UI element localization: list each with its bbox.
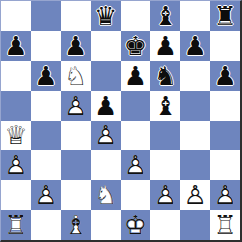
square-e8[interactable]: [121, 1, 151, 31]
piece-white-pawn[interactable]: ♟♙: [150, 180, 180, 210]
square-b1[interactable]: [31, 210, 61, 240]
piece-black-rook[interactable]: ♜: [210, 1, 240, 31]
piece-black-bishop[interactable]: ♝: [150, 91, 180, 121]
piece-black-king[interactable]: ♚: [121, 31, 151, 61]
piece-white-pawn[interactable]: ♟♙: [61, 91, 91, 121]
square-h5[interactable]: [210, 91, 240, 121]
piece-white-rook[interactable]: ♜♖: [210, 210, 240, 240]
piece-white-pawn[interactable]: ♟♙: [31, 180, 61, 210]
piece-black-bishop[interactable]: ♝: [150, 1, 180, 31]
piece-white-pawn[interactable]: ♟♙: [180, 180, 210, 210]
square-c4[interactable]: [61, 121, 91, 151]
piece-white-king[interactable]: ♚♔: [121, 210, 151, 240]
square-e2[interactable]: [121, 180, 151, 210]
square-b4[interactable]: [31, 121, 61, 151]
square-d8[interactable]: ♛: [91, 1, 121, 31]
square-g2[interactable]: ♟♙: [180, 180, 210, 210]
square-c1[interactable]: ♝♗: [61, 210, 91, 240]
piece-black-pawn[interactable]: ♟: [180, 31, 210, 61]
square-d5[interactable]: ♟: [91, 91, 121, 121]
square-h4[interactable]: [210, 121, 240, 151]
square-a1[interactable]: ♜♖: [1, 210, 31, 240]
square-f4[interactable]: [150, 121, 180, 151]
square-f3[interactable]: [150, 150, 180, 180]
piece-glyph-outline: ♙: [61, 91, 91, 121]
chess-board: ♛♝♜♟♟♚♟♟♟♞♘♟♞♟♟♙♟♝♛♕♟♙♟♙♟♙♟♙♞♘♟♙♟♙♟♙♜♖♝♗…: [0, 0, 242, 242]
square-c5[interactable]: ♟♙: [61, 91, 91, 121]
piece-white-bishop[interactable]: ♝♗: [61, 210, 91, 240]
piece-white-knight[interactable]: ♞♘: [61, 61, 91, 91]
square-g5[interactable]: [180, 91, 210, 121]
square-e5[interactable]: [121, 91, 151, 121]
square-b7[interactable]: [31, 31, 61, 61]
square-e4[interactable]: [121, 121, 151, 151]
square-d2[interactable]: ♞♘: [91, 180, 121, 210]
piece-black-pawn[interactable]: ♟: [1, 31, 31, 61]
square-h3[interactable]: [210, 150, 240, 180]
square-e7[interactable]: ♚: [121, 31, 151, 61]
square-a3[interactable]: ♟♙: [1, 150, 31, 180]
square-h7[interactable]: [210, 31, 240, 61]
square-h1[interactable]: ♜♖: [210, 210, 240, 240]
piece-black-pawn[interactable]: ♟: [31, 61, 61, 91]
square-a8[interactable]: [1, 1, 31, 31]
piece-glyph-outline: ♗: [61, 210, 91, 240]
square-e1[interactable]: ♚♔: [121, 210, 151, 240]
piece-white-pawn[interactable]: ♟♙: [1, 150, 31, 180]
piece-white-pawn[interactable]: ♟♙: [121, 150, 151, 180]
piece-white-queen[interactable]: ♛♕: [1, 121, 31, 151]
square-e6[interactable]: ♟: [121, 61, 151, 91]
piece-glyph-outline: ♙: [31, 180, 61, 210]
piece-glyph-outline: ♙: [1, 150, 31, 180]
piece-black-pawn[interactable]: ♟: [121, 61, 151, 91]
piece-black-knight[interactable]: ♞: [150, 61, 180, 91]
square-a2[interactable]: [1, 180, 31, 210]
square-a5[interactable]: [1, 91, 31, 121]
square-d6[interactable]: [91, 61, 121, 91]
square-b6[interactable]: ♟: [31, 61, 61, 91]
square-f6[interactable]: ♞: [150, 61, 180, 91]
piece-black-pawn[interactable]: ♟: [210, 61, 240, 91]
square-g4[interactable]: [180, 121, 210, 151]
piece-glyph-outline: ♘: [91, 180, 121, 210]
square-g7[interactable]: ♟: [180, 31, 210, 61]
piece-glyph-outline: ♕: [1, 121, 31, 151]
square-f5[interactable]: ♝: [150, 91, 180, 121]
square-f8[interactable]: ♝: [150, 1, 180, 31]
piece-white-pawn[interactable]: ♟♙: [91, 121, 121, 151]
square-c6[interactable]: ♞♘: [61, 61, 91, 91]
square-d1[interactable]: [91, 210, 121, 240]
square-f1[interactable]: [150, 210, 180, 240]
piece-glyph-outline: ♘: [61, 61, 91, 91]
piece-white-pawn[interactable]: ♟♙: [210, 180, 240, 210]
square-c3[interactable]: [61, 150, 91, 180]
square-a4[interactable]: ♛♕: [1, 121, 31, 151]
piece-black-pawn[interactable]: ♟: [91, 91, 121, 121]
square-h8[interactable]: ♜: [210, 1, 240, 31]
piece-white-rook[interactable]: ♜♖: [1, 210, 31, 240]
piece-white-knight[interactable]: ♞♘: [91, 180, 121, 210]
square-a7[interactable]: ♟: [1, 31, 31, 61]
square-h2[interactable]: ♟♙: [210, 180, 240, 210]
square-b5[interactable]: [31, 91, 61, 121]
square-c2[interactable]: [61, 180, 91, 210]
square-h6[interactable]: ♟: [210, 61, 240, 91]
square-g3[interactable]: [180, 150, 210, 180]
square-d3[interactable]: [91, 150, 121, 180]
piece-black-queen[interactable]: ♛: [91, 1, 121, 31]
square-d7[interactable]: [91, 31, 121, 61]
square-f7[interactable]: ♟: [150, 31, 180, 61]
square-c8[interactable]: [61, 1, 91, 31]
piece-black-pawn[interactable]: ♟: [61, 31, 91, 61]
piece-glyph-outline: ♙: [150, 180, 180, 210]
piece-glyph-outline: ♖: [1, 210, 31, 240]
square-d4[interactable]: ♟♙: [91, 121, 121, 151]
piece-glyph-outline: ♔: [121, 210, 151, 240]
square-b2[interactable]: ♟♙: [31, 180, 61, 210]
piece-glyph-outline: ♙: [210, 180, 240, 210]
square-a6[interactable]: [1, 61, 31, 91]
square-e3[interactable]: ♟♙: [121, 150, 151, 180]
square-c7[interactable]: ♟: [61, 31, 91, 61]
piece-glyph-outline: ♖: [210, 210, 240, 240]
square-b8[interactable]: [31, 1, 61, 31]
piece-glyph-outline: ♙: [91, 121, 121, 151]
piece-glyph-outline: ♙: [180, 180, 210, 210]
square-g1[interactable]: [180, 210, 210, 240]
square-g8[interactable]: [180, 1, 210, 31]
square-b3[interactable]: [31, 150, 61, 180]
square-f2[interactable]: ♟♙: [150, 180, 180, 210]
piece-glyph-outline: ♙: [121, 150, 151, 180]
square-g6[interactable]: [180, 61, 210, 91]
piece-black-pawn[interactable]: ♟: [150, 31, 180, 61]
